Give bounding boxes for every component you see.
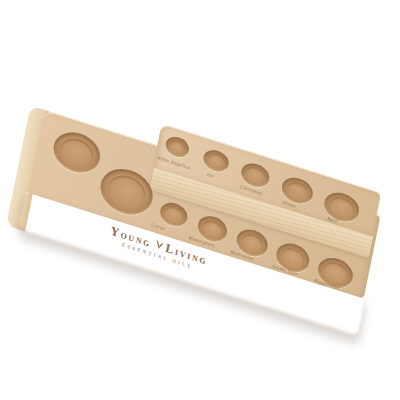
large-oil-slot-1 — [50, 127, 103, 179]
slot-label: Citrus — [151, 222, 166, 231]
slot-label: Joy — [206, 171, 214, 178]
leaf-icon — [153, 238, 164, 253]
slot-label: White Angelica — [156, 155, 190, 170]
product-photo: Young Living Essential Oils — [0, 0, 400, 400]
large-oil-slot-2 — [97, 162, 157, 221]
oil-display-stand: Young Living Essential Oils — [16, 104, 382, 358]
oil-slot-white-angelica — [164, 134, 191, 160]
